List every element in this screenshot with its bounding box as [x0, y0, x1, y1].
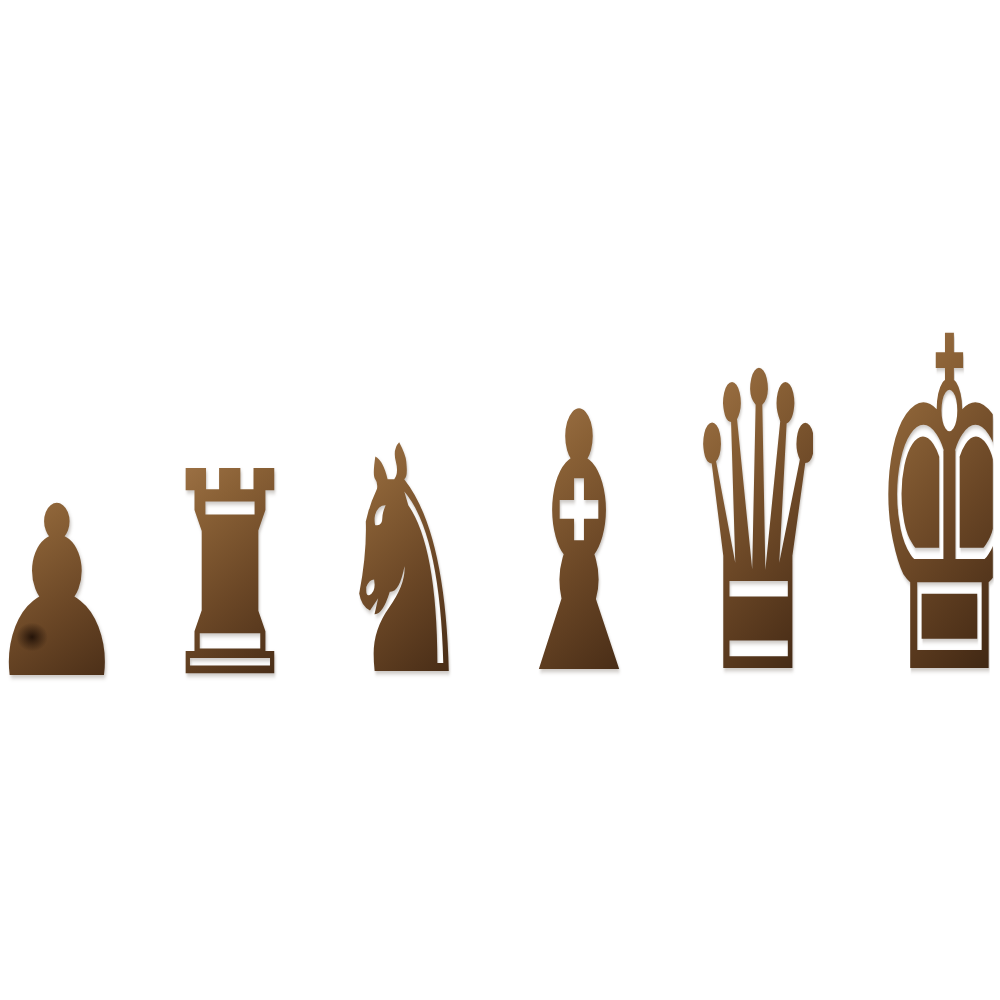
piece-knight: ♞	[244, 406, 564, 650]
chess-piece-set-photo: ♟ ♜ ♞ ♝ ♛ ♚	[0, 0, 1000, 1000]
piece-queen: ♛	[589, 321, 909, 642]
piece-pawn: ♟	[0, 476, 217, 660]
bishop-glyph: ♝	[502, 367, 656, 724]
pawn-base-blemish-spot	[10, 617, 54, 657]
queen-glyph: ♛	[685, 321, 813, 732]
pawn-glyph: ♟	[0, 476, 166, 712]
rook-glyph: ♜	[140, 435, 319, 716]
knight-glyph: ♞	[324, 406, 484, 719]
piece-king: ♚	[772, 280, 1000, 638]
piece-rook: ♜	[70, 435, 390, 654]
king-glyph: ♚	[871, 280, 993, 739]
piece-bishop: ♝	[419, 367, 739, 645]
